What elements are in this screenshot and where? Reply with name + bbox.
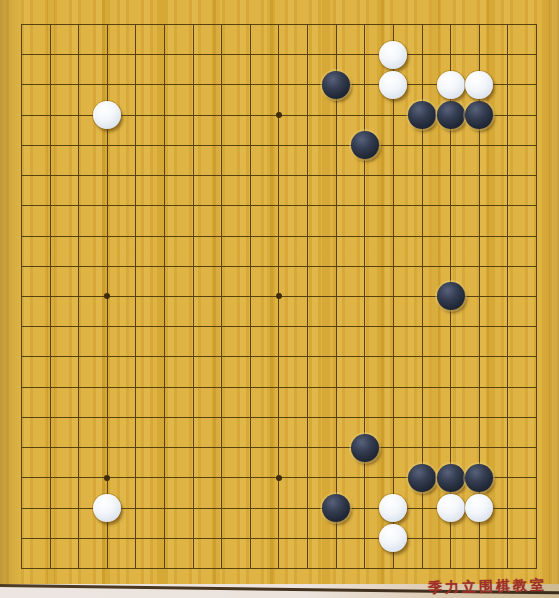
white-stone[interactable] [93, 494, 121, 522]
white-stone[interactable] [465, 494, 493, 522]
star-point [276, 112, 282, 118]
white-stone[interactable] [465, 71, 493, 99]
black-stone[interactable] [437, 282, 465, 310]
white-stone[interactable] [437, 494, 465, 522]
white-stone[interactable] [379, 494, 407, 522]
black-stone[interactable] [351, 131, 379, 159]
go-board[interactable] [0, 0, 559, 584]
black-stone[interactable] [465, 101, 493, 129]
star-point [276, 475, 282, 481]
go-board-photo: 季力立围棋教室 [0, 0, 559, 598]
star-point [104, 475, 110, 481]
black-stone[interactable] [351, 434, 379, 462]
star-point [104, 293, 110, 299]
white-stone[interactable] [379, 41, 407, 69]
black-stone[interactable] [322, 71, 350, 99]
white-stone[interactable] [93, 101, 121, 129]
black-stone[interactable] [408, 101, 436, 129]
black-stone[interactable] [437, 101, 465, 129]
star-point [276, 293, 282, 299]
black-stone[interactable] [408, 464, 436, 492]
black-stone[interactable] [465, 464, 493, 492]
watermark-text: 季力立围棋教室 [428, 576, 547, 597]
white-stone[interactable] [379, 71, 407, 99]
black-stone[interactable] [322, 494, 350, 522]
white-stone[interactable] [437, 71, 465, 99]
white-stone[interactable] [379, 524, 407, 552]
black-stone[interactable] [437, 464, 465, 492]
